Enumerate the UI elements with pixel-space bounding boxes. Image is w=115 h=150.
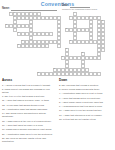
clue-item: 15. A mark placed at the end of a tellin… — [2, 120, 56, 123]
clue-item: 6. A word that shows action in a sentenc… — [59, 97, 113, 100]
clue-item: 7. The type of letter that begins a sent… — [2, 95, 56, 98]
clue-item: 3. Proper nouns always begin with these — [59, 88, 113, 91]
grid-cell[interactable] — [45, 44, 49, 48]
across-list: 1. A group of words that tells a complet… — [2, 84, 56, 143]
puzzle-title: Conventions — [0, 1, 115, 7]
worksheet-page: Conventions Name: Date: Complete the cro… — [0, 0, 115, 150]
across-clues: Across 1. A group of words that tells a … — [2, 78, 56, 144]
grid-cell[interactable] — [101, 48, 105, 52]
clue-item: 13. A punctuation mark that shows owners… — [2, 108, 56, 111]
clue-item: 14. Two words joined and shortened with … — [2, 112, 56, 118]
name-line[interactable] — [11, 10, 57, 11]
clue-item: 8. A short pause inside a sentence uses … — [59, 101, 113, 104]
clue-item: 20. A punctuation mark used to join two … — [2, 133, 56, 136]
across-header: Across — [2, 78, 56, 82]
grid-cell[interactable] — [97, 72, 101, 76]
clue-item: 10. A mark used to join two words togeth… — [59, 109, 113, 112]
instruction-text: Complete the crossword puzzle below. — [62, 8, 97, 10]
clue-item: 1. A group of words that tells a complet… — [2, 84, 56, 87]
down-clues: Down 2. The end mark that follows a ques… — [59, 78, 113, 122]
down-list: 2. The end mark that follows a question3… — [59, 84, 113, 121]
clue-item: 11. A word that names a person, place, o… — [2, 99, 56, 102]
name-label: Name: — [2, 7, 10, 10]
clue-item: 17. A mark that introduces a list or exa… — [59, 114, 113, 117]
clue-item: 16. A word that takes the place of a nou… — [2, 124, 56, 127]
clue-item: 2. The end mark that follows a question — [59, 84, 113, 87]
grid-cell[interactable] — [97, 56, 101, 60]
clue-item: 4. A punctuation mark used in a list of … — [59, 92, 113, 95]
date-label: Date: — [62, 4, 69, 7]
down-header: Down — [59, 78, 113, 82]
clue-item: 21. The rules for spelling, capital lett… — [2, 137, 56, 143]
clue-item: 9. A describing word that tells about a … — [59, 105, 113, 108]
clue-item: 12. An end mark that shows strong feelin… — [2, 104, 56, 107]
grid-cell[interactable] — [57, 44, 61, 48]
grid-cell[interactable] — [49, 32, 53, 36]
clue-item: 18. Letters that are not capital letters — [59, 118, 113, 121]
clue-item: 5. Using correct end marks and commas in… — [2, 88, 56, 94]
clue-item: 19. Marks placed around a speaker's exac… — [2, 128, 56, 131]
